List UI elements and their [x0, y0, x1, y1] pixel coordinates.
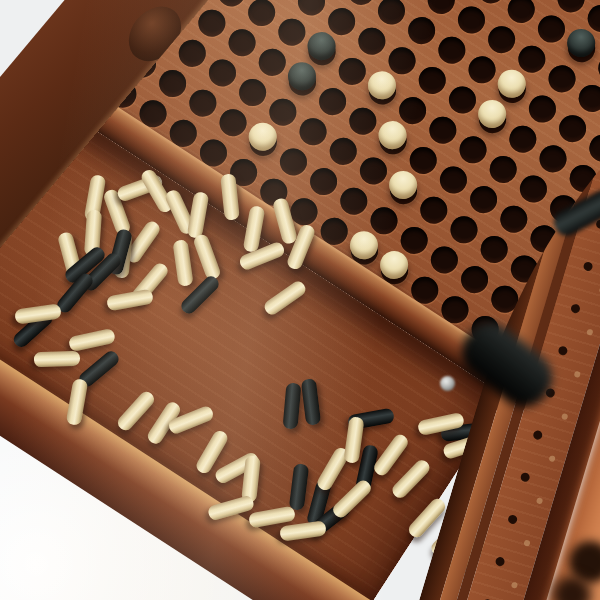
- score-tick: [574, 371, 581, 378]
- game-photo: [0, 0, 600, 600]
- tray-peg-cream[interactable]: [34, 351, 80, 368]
- tray-peg-cream[interactable]: [115, 389, 157, 433]
- tray-peg-cream[interactable]: [330, 478, 374, 521]
- tray-peg-cream[interactable]: [192, 233, 222, 281]
- score-hole: [557, 345, 568, 356]
- score-hole: [570, 303, 581, 314]
- tray-peg-cream[interactable]: [279, 520, 327, 541]
- tray-peg-cream[interactable]: [390, 457, 433, 501]
- score-hole: [582, 261, 593, 272]
- score-tick: [586, 328, 593, 335]
- tray-peg-cream[interactable]: [262, 279, 308, 318]
- score-tick: [561, 413, 568, 420]
- tray-peg-cream[interactable]: [272, 197, 298, 245]
- score-hole: [494, 556, 505, 567]
- tray-peg-cream[interactable]: [66, 378, 89, 426]
- tray-peg-black[interactable]: [301, 378, 321, 425]
- score-tick: [536, 497, 543, 504]
- tray-peg-cream[interactable]: [14, 303, 62, 324]
- tray-peg-cream[interactable]: [187, 191, 210, 239]
- tray-peg-cream[interactable]: [172, 239, 193, 287]
- tray-peg-black[interactable]: [289, 463, 309, 510]
- tray-peg-cream[interactable]: [243, 205, 266, 253]
- score-tick: [548, 455, 555, 462]
- rail-screw: [440, 376, 455, 391]
- score-tick: [511, 581, 518, 588]
- score-hole: [507, 514, 518, 525]
- score-tick: [523, 539, 530, 546]
- score-hole: [520, 472, 531, 483]
- score-hole: [532, 430, 543, 441]
- tray-peg-cream[interactable]: [106, 289, 154, 312]
- tray-peg-cream[interactable]: [220, 173, 240, 220]
- tray-peg-cream[interactable]: [207, 494, 255, 521]
- tray-peg-black[interactable]: [283, 382, 302, 429]
- tray-peg-cream[interactable]: [68, 328, 116, 352]
